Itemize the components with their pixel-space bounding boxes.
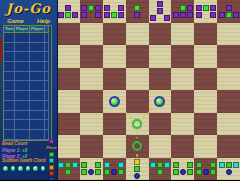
table-header-turn: Turn (4, 26, 15, 33)
empty-block (150, 8, 156, 14)
table-header-player2: Player 2 (30, 26, 45, 33)
table-cell (30, 130, 45, 140)
empty-block (88, 12, 94, 18)
table-cell (4, 52, 15, 62)
piece-block (150, 15, 156, 21)
piece-block (111, 12, 117, 18)
table-cell (4, 43, 15, 53)
board-square[interactable] (171, 68, 194, 91)
piece-block (58, 162, 64, 168)
piece-block (88, 5, 94, 11)
table-header-player1: Player 1 (15, 26, 30, 33)
empty-block (203, 162, 209, 168)
table-cell (30, 43, 45, 53)
green-totem-piece[interactable] (126, 158, 149, 181)
move-target-ring[interactable] (132, 119, 142, 129)
green-totem-piece[interactable] (149, 158, 172, 181)
empty-block (127, 159, 133, 165)
empty-block (141, 166, 147, 172)
table-cell (15, 33, 30, 43)
piece-icon-purple[interactable] (49, 139, 54, 144)
piece-block (95, 5, 101, 11)
piece-icon[interactable] (49, 171, 54, 176)
table-cell (45, 120, 49, 130)
piece-block (187, 169, 193, 175)
piece-block (226, 5, 232, 11)
purple-totem-piece[interactable] (57, 0, 80, 23)
board-square[interactable] (80, 45, 103, 68)
table-cell (30, 91, 45, 101)
empty-block (157, 15, 163, 21)
board-square[interactable] (194, 135, 217, 158)
piece-block (196, 162, 202, 168)
board-square[interactable] (217, 23, 240, 46)
board-square[interactable] (217, 68, 240, 91)
piece-blocks (219, 5, 239, 18)
empty-block (233, 5, 239, 11)
empty-block (127, 12, 133, 18)
piece-blocks (104, 5, 124, 18)
board-square[interactable] (103, 135, 126, 158)
piece-block (196, 12, 202, 18)
purple-totem-piece[interactable] (126, 0, 149, 23)
green-totem-piece[interactable] (57, 158, 80, 181)
piece-blocks (219, 162, 239, 175)
piece-block (150, 162, 156, 168)
empty-block (141, 173, 147, 179)
piece-block (65, 162, 71, 168)
edge-accent (0, 38, 2, 62)
board-square[interactable] (80, 135, 103, 158)
piece-block (104, 5, 110, 11)
bead-count-panel: Bead Count Player 1: +0 Player 2: +0 (2, 141, 46, 159)
piece-block (173, 12, 179, 18)
move-history-table[interactable]: Turn Player 1 Player 2 (3, 25, 52, 141)
player1-bead-value: +0 (22, 148, 27, 153)
table-cell (4, 81, 15, 91)
board-square[interactable] (57, 90, 80, 113)
piece-block (157, 169, 163, 175)
board-bead[interactable] (109, 96, 120, 107)
table-cell (45, 52, 49, 62)
empty-block (141, 159, 147, 165)
empty-block (72, 169, 78, 175)
empty-block (141, 12, 147, 18)
empty-block (180, 162, 186, 168)
piece-block (180, 169, 186, 175)
player1-label: Player 1: (2, 148, 21, 153)
board-square[interactable] (217, 135, 240, 158)
board-square[interactable] (80, 68, 103, 91)
piece-block (164, 162, 170, 168)
empty-block (127, 5, 133, 11)
empty-block (141, 5, 147, 11)
board-square[interactable] (103, 23, 126, 46)
sudden-death-beads (2, 165, 46, 172)
table-cell (30, 120, 45, 130)
green-totem-piece[interactable] (80, 158, 103, 181)
table-cell (15, 91, 30, 101)
piece-block (219, 162, 225, 168)
piece-block (118, 12, 124, 18)
table-cell (45, 62, 49, 72)
green-totem-piece[interactable] (171, 158, 194, 181)
piece-blocks (196, 162, 216, 175)
empty-block (127, 173, 133, 179)
table-cell (15, 111, 30, 121)
board-square[interactable] (171, 90, 194, 113)
board-square[interactable] (171, 135, 194, 158)
piece-block (95, 169, 101, 175)
piece-block (210, 169, 216, 175)
piece-block (196, 5, 202, 11)
piece-block (157, 8, 163, 14)
table-cell (30, 111, 45, 121)
piece-icon[interactable] (49, 177, 54, 180)
board-square[interactable] (217, 113, 240, 136)
piece-block (157, 162, 163, 168)
piece-block (134, 5, 140, 11)
piece-legend-title: Piece (46, 145, 57, 150)
green-totem-piece[interactable] (217, 158, 240, 181)
piece-block (118, 5, 124, 11)
board-square[interactable] (57, 23, 80, 46)
piece-block (81, 162, 87, 168)
piece-block (164, 15, 170, 21)
empty-block (150, 1, 156, 7)
piece-block (187, 162, 193, 168)
purple-totem-piece[interactable] (149, 0, 172, 23)
clock-bead (17, 165, 24, 172)
board-square[interactable] (80, 23, 103, 46)
piece-block (219, 12, 225, 18)
empty-block (72, 5, 78, 11)
piece-block (72, 162, 78, 168)
menu-game[interactable]: Game (7, 18, 24, 25)
piece-blocks (81, 162, 101, 175)
piece-blocks (173, 162, 193, 175)
piece-block (173, 162, 179, 168)
board-square[interactable] (149, 23, 172, 46)
sudden-death-title: Sudden Death Clock (2, 158, 46, 163)
purple-totem-piece[interactable] (103, 0, 126, 23)
board-square[interactable] (126, 23, 149, 46)
piece-block (88, 169, 94, 175)
piece-block (226, 12, 232, 18)
piece-block (203, 5, 209, 11)
table-cell (30, 81, 45, 91)
table-cell (30, 52, 45, 62)
board-square[interactable] (126, 90, 149, 113)
piece-icon[interactable] (49, 152, 54, 157)
piece-block (81, 5, 87, 11)
board-square[interactable] (149, 45, 172, 68)
empty-block (203, 12, 209, 18)
board-square[interactable] (171, 45, 194, 68)
table-cell (15, 43, 30, 53)
menu-help[interactable]: Help (37, 18, 50, 25)
clock-bead (2, 165, 9, 172)
table-cell (45, 111, 49, 121)
piece-block (104, 169, 110, 175)
empty-block (58, 5, 64, 11)
piece-block (180, 5, 186, 11)
piece-block (95, 12, 101, 18)
piece-block (81, 12, 87, 18)
piece-block (72, 12, 78, 18)
board-square[interactable] (57, 45, 80, 68)
empty-block (164, 8, 170, 14)
table-cell (15, 120, 30, 130)
empty-block (127, 166, 133, 172)
board-square[interactable] (171, 113, 194, 136)
piece-block (111, 169, 117, 175)
table-cell (45, 72, 49, 82)
table-cell (15, 52, 30, 62)
piece-blocks (104, 162, 124, 175)
purple-totem-piece[interactable] (194, 0, 217, 23)
table-cell (45, 91, 49, 101)
piece-block (65, 5, 71, 11)
piece-block (134, 12, 140, 18)
piece-blocks (150, 162, 170, 175)
board-square[interactable] (217, 45, 240, 68)
board-square[interactable] (194, 113, 217, 136)
piece-block (187, 5, 193, 11)
table-header-extra (45, 26, 49, 33)
piece-block (118, 169, 124, 175)
bead-count-title: Bead Count (2, 141, 46, 146)
piece-block (210, 12, 216, 18)
empty-block (219, 5, 225, 11)
table-cell (4, 72, 15, 82)
piece-blocks (196, 5, 216, 18)
table-cell (45, 43, 49, 53)
piece-block (180, 12, 186, 18)
table-cell (4, 101, 15, 111)
piece-block (203, 169, 209, 175)
table-cell (4, 130, 15, 140)
piece-icon[interactable] (49, 165, 54, 170)
empty-block (111, 5, 117, 11)
piece-block (104, 12, 110, 18)
piece-block (134, 166, 140, 172)
empty-block (150, 169, 156, 175)
app-title: Jo-Go (0, 1, 57, 16)
board-square[interactable] (171, 23, 194, 46)
menu-bar: Game Help (0, 18, 57, 25)
piece-block (104, 162, 110, 168)
piece-blocks (150, 1, 170, 21)
empty-block (173, 5, 179, 11)
piece-block (226, 162, 232, 168)
piece-icon[interactable] (49, 158, 54, 163)
table-cell (15, 62, 30, 72)
piece-blocks (127, 159, 147, 179)
board-square[interactable] (149, 113, 172, 136)
empty-block (111, 162, 117, 168)
board-square[interactable] (103, 68, 126, 91)
board-square[interactable] (126, 45, 149, 68)
piece-block (134, 159, 140, 165)
board-square[interactable] (103, 45, 126, 68)
board-square[interactable] (57, 135, 80, 158)
clock-bead (25, 165, 32, 172)
table-cell (45, 33, 49, 43)
piece-block (196, 169, 202, 175)
piece-blocks (127, 5, 147, 18)
piece-block (134, 173, 140, 179)
sudden-death-clock: Sudden Death Clock (2, 158, 46, 172)
board-square[interactable] (194, 23, 217, 46)
empty-block (88, 162, 94, 168)
piece-block (233, 12, 239, 18)
table-cell (4, 62, 15, 72)
piece-legend: Piece (46, 138, 57, 180)
piece-block (118, 162, 124, 168)
board-square[interactable] (80, 90, 103, 113)
clock-bead (10, 165, 17, 172)
clock-bead (32, 165, 39, 172)
piece-block (65, 169, 71, 175)
green-totem-piece[interactable] (194, 158, 217, 181)
jo-go-window: Jo-Go Game Help Turn Player 1 Player 2 B… (0, 0, 240, 180)
board-square[interactable] (217, 90, 240, 113)
piece-blocks (81, 5, 101, 18)
empty-block (164, 1, 170, 7)
game-board (57, 0, 240, 180)
table-cell (30, 33, 45, 43)
table-cell (4, 111, 15, 121)
table-cell (30, 62, 45, 72)
table-cell (15, 101, 30, 111)
bead-count-player1: Player 1: +0 (2, 148, 46, 153)
board-square[interactable] (80, 113, 103, 136)
table-cell (30, 72, 45, 82)
table-cell (4, 91, 15, 101)
piece-block (173, 169, 179, 175)
board-square[interactable] (126, 68, 149, 91)
table-cell (30, 101, 45, 111)
piece-block (226, 169, 232, 175)
piece-blocks (58, 5, 78, 18)
empty-block (58, 169, 64, 175)
empty-block (164, 169, 170, 175)
piece-block (210, 162, 216, 168)
table-cell (4, 120, 15, 130)
table-cell (15, 72, 30, 82)
board-square[interactable] (194, 90, 217, 113)
board-square[interactable] (103, 113, 126, 136)
purple-totem-piece[interactable] (171, 0, 194, 23)
table-cell (15, 130, 30, 140)
board-square[interactable] (57, 113, 80, 136)
piece-block (233, 162, 239, 168)
sidebar: Jo-Go Game Help Turn Player 1 Player 2 B… (0, 0, 58, 180)
green-totem-piece[interactable] (103, 158, 126, 181)
piece-block (81, 169, 87, 175)
board-square[interactable] (149, 135, 172, 158)
empty-block (219, 169, 225, 175)
piece-blocks (58, 162, 78, 175)
piece-blocks (173, 5, 193, 18)
piece-block (58, 12, 64, 18)
purple-totem-piece[interactable] (217, 0, 240, 23)
table-cell (45, 81, 49, 91)
empty-block (233, 169, 239, 175)
table-cell (4, 33, 15, 43)
board-square[interactable] (149, 68, 172, 91)
piece-block (65, 12, 71, 18)
table-cell (45, 101, 49, 111)
board-square[interactable] (194, 68, 217, 91)
table-cell (15, 81, 30, 91)
board-square[interactable] (57, 68, 80, 91)
piece-block (95, 162, 101, 168)
purple-totem-piece[interactable] (80, 0, 103, 23)
piece-block (187, 12, 193, 18)
piece-block (210, 5, 216, 11)
piece-block (157, 1, 163, 7)
board-square[interactable] (194, 45, 217, 68)
